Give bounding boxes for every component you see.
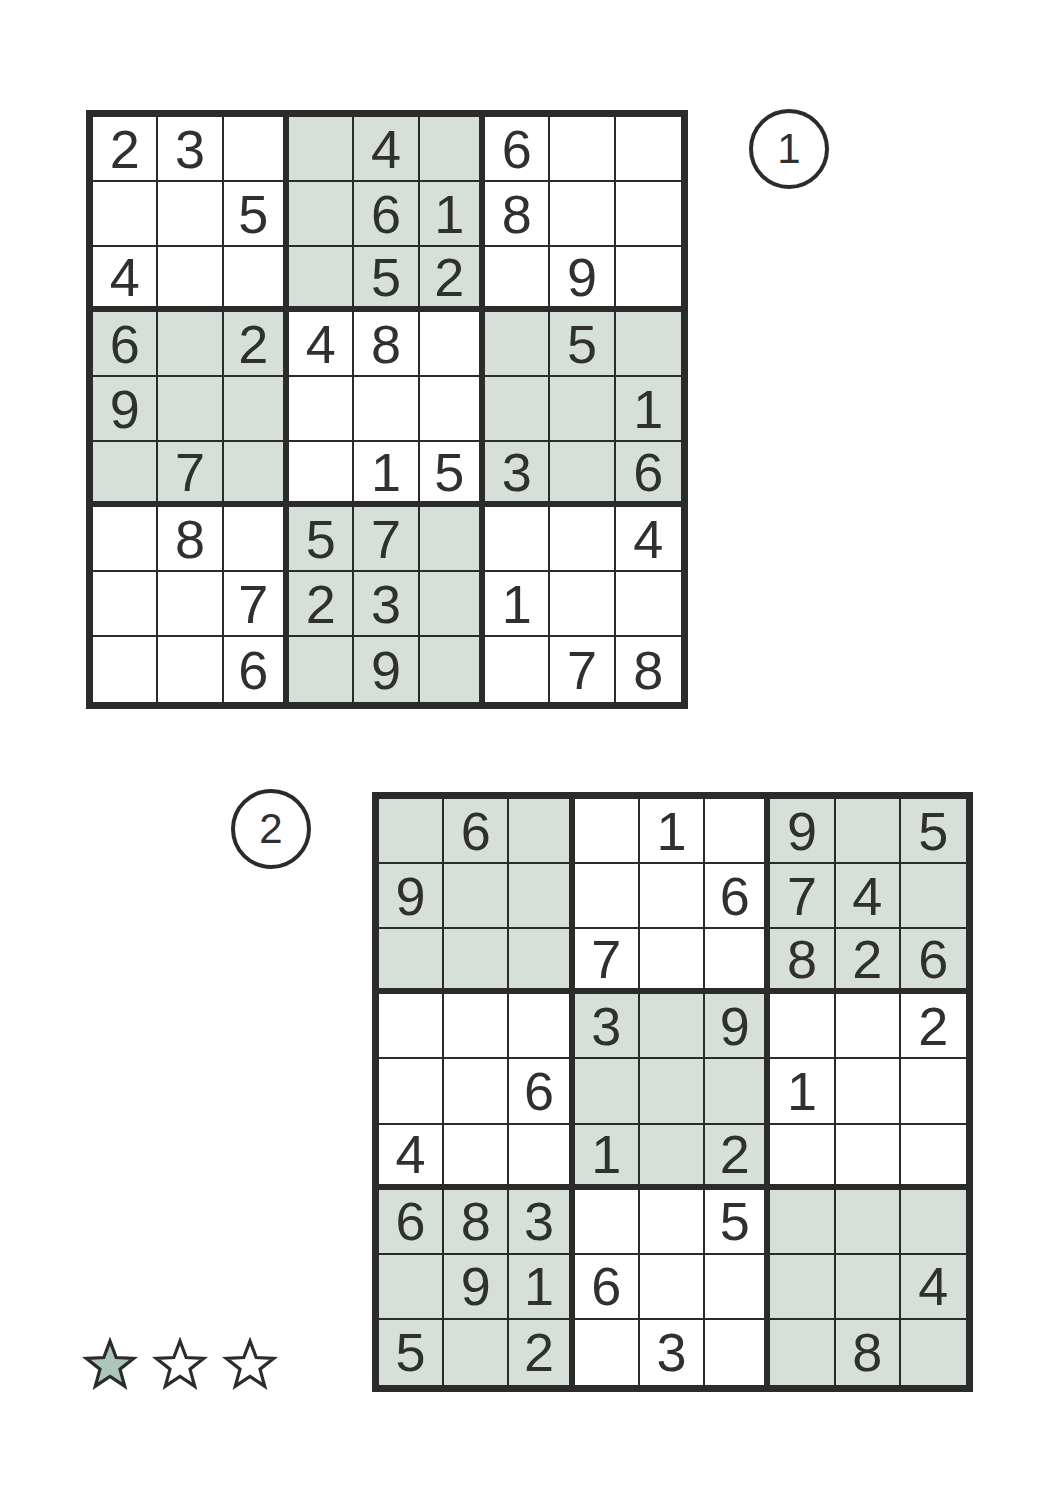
puzzle-2-cell-r8c3: 1: [509, 1255, 574, 1320]
puzzle-2-cell-r6c6: 2: [705, 1125, 770, 1190]
puzzle-page: 1 234656184529624859171536857472316978 2…: [0, 0, 1057, 1500]
puzzle-2-cell-r3c5: [640, 929, 705, 994]
puzzle-2-cell-r4c9: 2: [901, 994, 966, 1059]
puzzle-1-cell-r5c2: [158, 377, 223, 442]
puzzle-2-cell-r3c7: 8: [770, 929, 835, 994]
puzzle-1-cell-r7c7: [485, 507, 550, 572]
puzzle-1-cell-r9c7: [485, 637, 550, 702]
sudoku-board-2: 61959674782639261412683591645238: [372, 792, 973, 1392]
puzzle-2-cell-r9c3: 2: [509, 1320, 574, 1385]
puzzle-2-cell-r4c7: [770, 994, 835, 1059]
puzzle-1-cell-r8c5: 3: [354, 572, 419, 637]
puzzle-1-cell-r5c1: 9: [93, 377, 158, 442]
puzzle-2-cell-r6c9: [901, 1125, 966, 1190]
puzzle-1-cell-r4c5: 8: [354, 312, 419, 377]
puzzle-2-cell-r6c5: [640, 1125, 705, 1190]
puzzle-2-cell-r7c6: 5: [705, 1190, 770, 1255]
puzzle-1-cell-r5c8: [550, 377, 615, 442]
puzzle-2-cell-r8c1: [379, 1255, 444, 1320]
puzzle-2-cell-r8c4: 6: [575, 1255, 640, 1320]
puzzle-2-cell-r8c5: [640, 1255, 705, 1320]
puzzle-2-cell-r5c1: [379, 1059, 444, 1124]
puzzle-1-cell-r3c3: [224, 247, 289, 312]
puzzle-2-cell-r3c2: [444, 929, 509, 994]
puzzle-1-cell-r6c9: 6: [616, 442, 681, 507]
puzzle-2-cell-r1c1: [379, 799, 444, 864]
puzzle-1-cell-r6c2: 7: [158, 442, 223, 507]
puzzle-1-cell-r7c1: [93, 507, 158, 572]
puzzle-1-cell-r4c2: [158, 312, 223, 377]
sudoku-board-1: 234656184529624859171536857472316978: [86, 110, 688, 709]
puzzle-1-cell-r5c3: [224, 377, 289, 442]
puzzle-1-cell-r9c6: [420, 637, 485, 702]
puzzle-1-cell-r5c7: [485, 377, 550, 442]
puzzle-1-cell-r3c6: 2: [420, 247, 485, 312]
puzzle-1-cell-r6c7: 3: [485, 442, 550, 507]
puzzle-1-cell-r8c6: [420, 572, 485, 637]
puzzle-2-cell-r7c9: [901, 1190, 966, 1255]
puzzle-2-cell-r5c7: 1: [770, 1059, 835, 1124]
puzzle-1-cell-r5c4: [289, 377, 354, 442]
puzzle-1-cell-r3c2: [158, 247, 223, 312]
puzzle-2-cell-r3c4: 7: [575, 929, 640, 994]
puzzle-1-number-badge: 1: [749, 109, 829, 189]
puzzle-2-cell-r5c8: [836, 1059, 901, 1124]
puzzle-2-cell-r7c5: [640, 1190, 705, 1255]
puzzle-1-cell-r1c7: 6: [485, 117, 550, 182]
puzzle-1-cell-r7c6: [420, 507, 485, 572]
puzzle-2-cell-r9c7: [770, 1320, 835, 1385]
star-icon: [222, 1335, 278, 1393]
puzzle-1-cell-r5c9: 1: [616, 377, 681, 442]
puzzle-1-cell-r9c8: 7: [550, 637, 615, 702]
puzzle-1-cell-r1c3: [224, 117, 289, 182]
puzzle-2-cell-r6c7: [770, 1125, 835, 1190]
puzzle-1-cell-r8c2: [158, 572, 223, 637]
puzzle-2-cell-r7c7: [770, 1190, 835, 1255]
puzzle-2-cell-r9c4: [575, 1320, 640, 1385]
puzzle-1-cell-r1c6: [420, 117, 485, 182]
puzzle-1-cell-r2c2: [158, 182, 223, 247]
puzzle-1-cell-r4c7: [485, 312, 550, 377]
puzzle-1-cell-r9c4: [289, 637, 354, 702]
puzzle-2-cell-r5c2: [444, 1059, 509, 1124]
puzzle-1-cell-r2c8: [550, 182, 615, 247]
puzzle-2-cell-r2c9: [901, 864, 966, 929]
puzzle-1-cell-r6c1: [93, 442, 158, 507]
puzzle-1-cell-r9c5: 9: [354, 637, 419, 702]
puzzle-1-cell-r8c1: [93, 572, 158, 637]
puzzle-2-cell-r3c1: [379, 929, 444, 994]
puzzle-1-cell-r2c4: [289, 182, 354, 247]
puzzle-1-cell-r1c8: [550, 117, 615, 182]
puzzle-1-cell-r2c7: 8: [485, 182, 550, 247]
puzzle-2-cell-r8c7: [770, 1255, 835, 1320]
puzzle-2-cell-r4c8: [836, 994, 901, 1059]
puzzle-2-cell-r3c3: [509, 929, 574, 994]
puzzle-2-cell-r1c9: 5: [901, 799, 966, 864]
puzzle-1-cell-r2c9: [616, 182, 681, 247]
puzzle-1-cell-r6c4: [289, 442, 354, 507]
puzzle-2-cell-r7c4: [575, 1190, 640, 1255]
puzzle-1-cell-r4c9: [616, 312, 681, 377]
puzzle-2-cell-r7c1: 6: [379, 1190, 444, 1255]
puzzle-2-cell-r1c5: 1: [640, 799, 705, 864]
puzzle-1-cell-r4c4: 4: [289, 312, 354, 377]
puzzle-2-cell-r8c6: [705, 1255, 770, 1320]
puzzle-1-cell-r5c5: [354, 377, 419, 442]
puzzle-2-cell-r4c6: 9: [705, 994, 770, 1059]
puzzle-1-cell-r3c9: [616, 247, 681, 312]
puzzle-2-cell-r2c8: 4: [836, 864, 901, 929]
puzzle-1-cell-r6c3: [224, 442, 289, 507]
puzzle-1-cell-r1c4: [289, 117, 354, 182]
puzzle-2-cell-r7c2: 8: [444, 1190, 509, 1255]
puzzle-1-cell-r7c5: 7: [354, 507, 419, 572]
puzzle-1-cell-r7c4: 5: [289, 507, 354, 572]
puzzle-2-cell-r4c3: [509, 994, 574, 1059]
puzzle-1-cell-r4c6: [420, 312, 485, 377]
puzzle-2-cell-r6c3: [509, 1125, 574, 1190]
puzzle-2-cell-r3c8: 2: [836, 929, 901, 994]
puzzle-2-cell-r8c2: 9: [444, 1255, 509, 1320]
puzzle-2-cell-r2c6: 6: [705, 864, 770, 929]
puzzle-1-cell-r8c8: [550, 572, 615, 637]
puzzle-1-cell-r2c1: [93, 182, 158, 247]
puzzle-2-cell-r9c5: 3: [640, 1320, 705, 1385]
puzzle-2-cell-r2c1: 9: [379, 864, 444, 929]
puzzle-2-cell-r5c6: [705, 1059, 770, 1124]
puzzle-2-cell-r1c3: [509, 799, 574, 864]
puzzle-2-number: 2: [259, 805, 282, 853]
puzzle-1-cell-r2c3: 5: [224, 182, 289, 247]
puzzle-2-cell-r4c5: [640, 994, 705, 1059]
puzzle-2-cell-r2c2: [444, 864, 509, 929]
puzzle-2-cell-r1c7: 9: [770, 799, 835, 864]
puzzle-1-cell-r8c9: [616, 572, 681, 637]
puzzle-2-cell-r5c9: [901, 1059, 966, 1124]
puzzle-2-cell-r9c6: [705, 1320, 770, 1385]
puzzle-2-cell-r2c3: [509, 864, 574, 929]
puzzle-2-cell-r9c1: 5: [379, 1320, 444, 1385]
difficulty-rating: [82, 1335, 278, 1393]
puzzle-2-cell-r1c6: [705, 799, 770, 864]
puzzle-1-cell-r2c6: 1: [420, 182, 485, 247]
puzzle-2-cell-r9c8: 8: [836, 1320, 901, 1385]
puzzle-2-cell-r4c4: 3: [575, 994, 640, 1059]
puzzle-1-cell-r5c6: [420, 377, 485, 442]
puzzle-1-cell-r4c3: 2: [224, 312, 289, 377]
puzzle-2-cell-r7c3: 3: [509, 1190, 574, 1255]
puzzle-2-cell-r6c4: 1: [575, 1125, 640, 1190]
puzzle-1-cell-r8c3: 7: [224, 572, 289, 637]
star-icon: [82, 1335, 138, 1393]
puzzle-1-cell-r1c9: [616, 117, 681, 182]
puzzle-2-cell-r1c4: [575, 799, 640, 864]
puzzle-1-cell-r7c9: 4: [616, 507, 681, 572]
puzzle-2-cell-r7c8: [836, 1190, 901, 1255]
puzzle-1-cell-r3c4: [289, 247, 354, 312]
puzzle-2-number-badge: 2: [231, 789, 311, 869]
puzzle-2-cell-r1c8: [836, 799, 901, 864]
puzzle-1-cell-r7c3: [224, 507, 289, 572]
puzzle-2-cell-r1c2: 6: [444, 799, 509, 864]
puzzle-1-cell-r3c8: 9: [550, 247, 615, 312]
puzzle-1-cell-r6c8: [550, 442, 615, 507]
puzzle-1-cell-r3c1: 4: [93, 247, 158, 312]
puzzle-2-cell-r6c2: [444, 1125, 509, 1190]
puzzle-1-number: 1: [777, 125, 800, 173]
puzzle-1-cell-r9c2: [158, 637, 223, 702]
puzzle-1-cell-r9c9: 8: [616, 637, 681, 702]
puzzle-1-cell-r1c5: 4: [354, 117, 419, 182]
puzzle-1-cell-r3c5: 5: [354, 247, 419, 312]
puzzle-1-cell-r6c6: 5: [420, 442, 485, 507]
puzzle-2-cell-r4c2: [444, 994, 509, 1059]
puzzle-2-cell-r2c4: [575, 864, 640, 929]
puzzle-2-cell-r3c9: 6: [901, 929, 966, 994]
puzzle-2-cell-r2c5: [640, 864, 705, 929]
puzzle-1-cell-r1c2: 3: [158, 117, 223, 182]
puzzle-1-cell-r8c4: 2: [289, 572, 354, 637]
puzzle-2-cell-r9c9: [901, 1320, 966, 1385]
puzzle-1-cell-r4c1: 6: [93, 312, 158, 377]
puzzle-2-cell-r3c6: [705, 929, 770, 994]
puzzle-2-cell-r6c1: 4: [379, 1125, 444, 1190]
puzzle-2-cell-r5c4: [575, 1059, 640, 1124]
puzzle-2-cell-r5c5: [640, 1059, 705, 1124]
star-icon: [152, 1335, 208, 1393]
puzzle-2-cell-r6c8: [836, 1125, 901, 1190]
puzzle-2-cell-r2c7: 7: [770, 864, 835, 929]
puzzle-2-cell-r8c8: [836, 1255, 901, 1320]
puzzle-2-cell-r8c9: 4: [901, 1255, 966, 1320]
puzzle-2-cell-r9c2: [444, 1320, 509, 1385]
puzzle-2-cell-r5c3: 6: [509, 1059, 574, 1124]
puzzle-1-cell-r4c8: 5: [550, 312, 615, 377]
puzzle-2-cell-r4c1: [379, 994, 444, 1059]
puzzle-1-cell-r7c8: [550, 507, 615, 572]
puzzle-1-cell-r6c5: 1: [354, 442, 419, 507]
puzzle-1-cell-r3c7: [485, 247, 550, 312]
puzzle-1-cell-r9c3: 6: [224, 637, 289, 702]
puzzle-1-cell-r2c5: 6: [354, 182, 419, 247]
puzzle-1-cell-r1c1: 2: [93, 117, 158, 182]
puzzle-1-cell-r9c1: [93, 637, 158, 702]
puzzle-1-cell-r8c7: 1: [485, 572, 550, 637]
puzzle-1-cell-r7c2: 8: [158, 507, 223, 572]
